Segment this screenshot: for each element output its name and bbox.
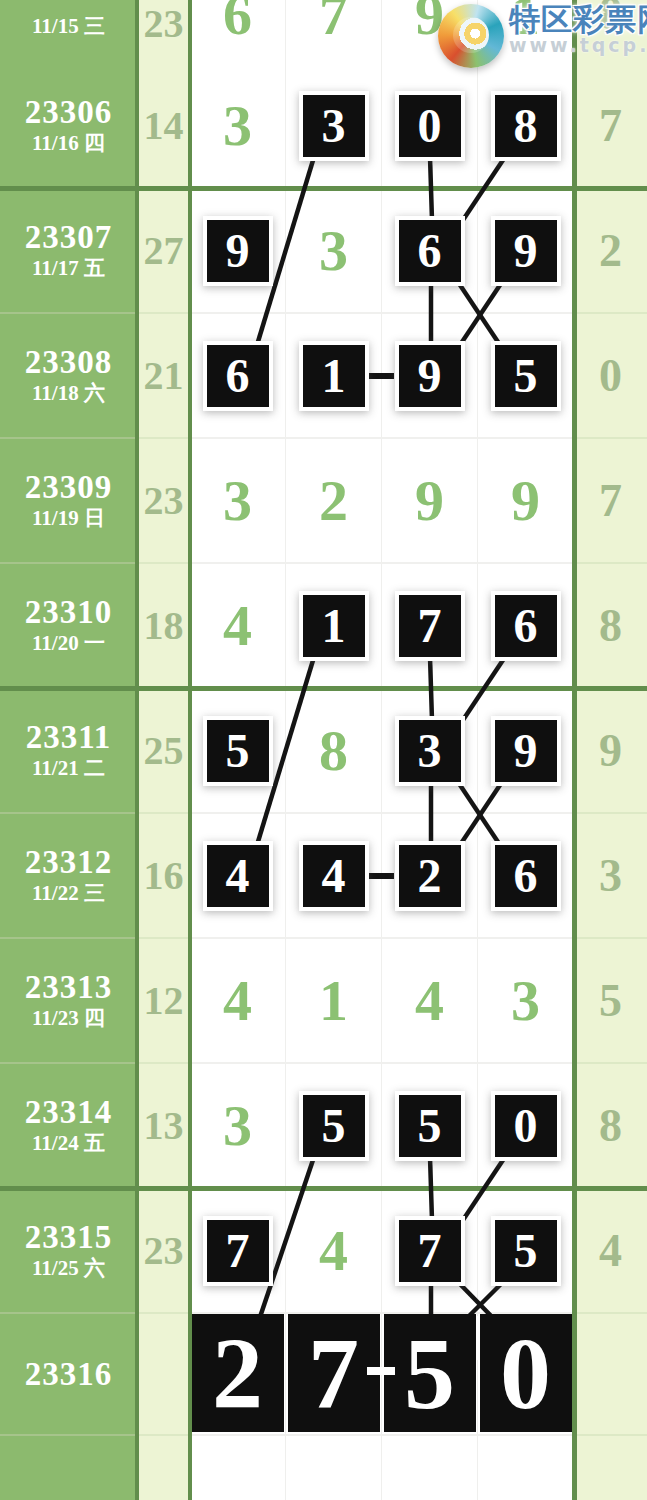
- digit-cell: 7: [382, 1189, 478, 1314]
- row-23312: 2331211/22 三1644263: [0, 814, 647, 939]
- issue-cell: 23316: [0, 1314, 137, 1436]
- sum-cell: 13: [137, 1064, 190, 1189]
- digit-cell: 2: [190, 1314, 286, 1436]
- digit-cell: 3: [190, 1064, 286, 1189]
- next-ref-digit: 8: [599, 1099, 622, 1152]
- digit-cell: 0: [478, 1064, 574, 1189]
- next-ref-digit: 2: [599, 224, 622, 277]
- digit-box: 8: [491, 91, 561, 161]
- digit-box: 3: [395, 716, 465, 786]
- sum-cell: [137, 1314, 190, 1436]
- digit-cell: 3: [382, 689, 478, 814]
- digit-box: 9: [491, 216, 561, 286]
- digit-box: 5: [491, 1216, 561, 1286]
- digit-box-big: 0: [480, 1314, 572, 1432]
- digit-green: 9: [415, 467, 444, 534]
- digit-box-big: 5: [384, 1314, 476, 1432]
- digit-green: 4: [223, 592, 252, 659]
- sum-cell: [137, 1436, 190, 1500]
- digit-cell: 0: [478, 1314, 574, 1436]
- next-ref-cell: 2: [574, 189, 647, 314]
- group-separator: [0, 186, 647, 191]
- issue-label: 23313: [25, 970, 113, 1005]
- row-23309: 2330911/19 日2332997: [0, 439, 647, 564]
- date-label: 11/16 四: [32, 131, 105, 156]
- next-ref-cell: 7: [574, 64, 647, 189]
- digit-box: 5: [299, 1091, 369, 1161]
- border-id-sum: [135, 0, 139, 1500]
- digit-cell: 6: [190, 0, 286, 69]
- sum-cell: 23: [137, 0, 190, 69]
- digit-cell: 3: [286, 189, 382, 314]
- next-ref-digit: 0: [599, 349, 622, 402]
- digit-green: 3: [223, 92, 252, 159]
- sum-value: 23: [144, 477, 184, 524]
- date-label: 11/23 四: [32, 1006, 105, 1031]
- issue-label: 23307: [25, 220, 113, 255]
- digit-cell: 4: [190, 814, 286, 939]
- group-separator: [0, 686, 647, 691]
- row-23306: 2330611/16 四1433087: [0, 64, 647, 189]
- digit-box: 6: [203, 341, 273, 411]
- digit-green: 3: [223, 1092, 252, 1159]
- digit-green: 9: [511, 467, 540, 534]
- digit-box: 1: [299, 341, 369, 411]
- date-label: 11/21 二: [32, 756, 105, 781]
- digit-cell: 5: [286, 1064, 382, 1189]
- digit-cell: 3: [286, 64, 382, 189]
- digit-box: 5: [491, 341, 561, 411]
- digit-box: 7: [395, 1216, 465, 1286]
- date-label: 11/15 三: [0, 14, 137, 39]
- digit-cell: 9: [382, 314, 478, 439]
- digit-cell: 5: [478, 1189, 574, 1314]
- lottery-trend-chart: 2330511/15 三23679182330611/16 四143308723…: [0, 0, 647, 1500]
- issue-label: 23311: [26, 720, 112, 755]
- issue-cell: 2331011/20 一: [0, 564, 137, 689]
- digit-cell: [478, 1436, 574, 1500]
- digit-cell: [382, 1436, 478, 1500]
- digit-cell: 9: [478, 439, 574, 564]
- sum-cell: 16: [137, 814, 190, 939]
- digit-cell: 1: [286, 564, 382, 689]
- issue-label: 23310: [25, 595, 113, 630]
- date-label: 11/24 五: [32, 1131, 105, 1156]
- sum-value: 13: [144, 1102, 184, 1149]
- date-label: 11/20 一: [32, 631, 105, 656]
- issue-label: 23315: [25, 1220, 113, 1255]
- digit-cell: 5: [190, 689, 286, 814]
- border-digits-next: [572, 0, 577, 1500]
- digit-cell: 7: [286, 0, 382, 69]
- digit-cell: 6: [478, 814, 574, 939]
- site-logo[interactable]: 特区彩票网 www.tqcp.net: [438, 4, 647, 68]
- digit-cell: 9: [382, 439, 478, 564]
- issue-cell: 2331111/21 二: [0, 689, 137, 814]
- digit-cell: 4: [190, 564, 286, 689]
- digit-cell: 5: [382, 1314, 478, 1436]
- digit-cell: 8: [286, 689, 382, 814]
- digit-box-big: 2: [192, 1314, 284, 1432]
- digit-cell: 7: [382, 564, 478, 689]
- digit-cell: 6: [382, 189, 478, 314]
- sum-cell: 18: [137, 564, 190, 689]
- issue-cell: 2330611/16 四: [0, 64, 137, 189]
- row-23310: 2331011/20 一1841768: [0, 564, 647, 689]
- row-23308: 2330811/18 六2161950: [0, 314, 647, 439]
- sum-value: 23: [144, 0, 184, 47]
- digit-cell: 9: [478, 689, 574, 814]
- digit-cell: 3: [190, 439, 286, 564]
- digit-box: 9: [491, 716, 561, 786]
- sum-cell: 14: [137, 64, 190, 189]
- sum-cell: 12: [137, 939, 190, 1064]
- row-23311: 2331111/21 二2558399: [0, 689, 647, 814]
- issue-cell: 2331211/22 三: [0, 814, 137, 939]
- sum-cell: 23: [137, 439, 190, 564]
- next-ref-digit: 7: [599, 474, 622, 527]
- sum-value: 27: [144, 227, 184, 274]
- swirl-logo-icon: [438, 4, 504, 68]
- digit-cell: 5: [478, 314, 574, 439]
- next-ref-cell: 4: [574, 1189, 647, 1314]
- next-ref-cell: 5: [574, 939, 647, 1064]
- issue-cell: [0, 1436, 137, 1500]
- digit-box: 4: [299, 841, 369, 911]
- next-ref-cell: 8: [574, 564, 647, 689]
- digit-cell: 9: [478, 189, 574, 314]
- digit-green: 6: [223, 0, 252, 48]
- issue-cell: 2330911/19 日: [0, 439, 137, 564]
- digit-cell: 2: [382, 814, 478, 939]
- digit-green: 3: [511, 967, 540, 1034]
- issue-cell: 2330511/15 三: [0, 0, 137, 69]
- digit-cell: 9: [190, 189, 286, 314]
- digit-cell: 4: [286, 1189, 382, 1314]
- digit-cell: 7: [190, 1189, 286, 1314]
- digit-green: 4: [415, 967, 444, 1034]
- logo-text: 特区彩票网 www.tqcp.net: [509, 4, 647, 55]
- digit-box: 0: [491, 1091, 561, 1161]
- digit-cell: [190, 1436, 286, 1500]
- digit-cell: 6: [190, 314, 286, 439]
- digit-box: 6: [395, 216, 465, 286]
- digit-green: 4: [319, 1217, 348, 1284]
- digit-cell: 3: [478, 939, 574, 1064]
- digit-box: 7: [203, 1216, 273, 1286]
- digit-green: 4: [223, 967, 252, 1034]
- sum-value: 25: [144, 727, 184, 774]
- next-ref-digit: 7: [599, 99, 622, 152]
- digit-cell: 5: [382, 1064, 478, 1189]
- white-mark: [477, 1316, 480, 1360]
- digit-cell: 4: [286, 814, 382, 939]
- digit-cell: 1: [286, 314, 382, 439]
- issue-cell: 2331311/23 四: [0, 939, 137, 1064]
- issue-label: 23306: [25, 95, 113, 130]
- issue-label: 23314: [25, 1095, 113, 1130]
- next-ref-cell: 0: [574, 314, 647, 439]
- sum-value: 23: [144, 1227, 184, 1274]
- next-ref-digit: 5: [599, 974, 622, 1027]
- row-23313: 2331311/23 四1241435: [0, 939, 647, 1064]
- sum-value: 12: [144, 977, 184, 1024]
- border-sum-digits: [188, 0, 192, 1500]
- digit-cell: [286, 1436, 382, 1500]
- next-ref-digit: 3: [599, 849, 622, 902]
- sum-value: 18: [144, 602, 184, 649]
- digit-green: 8: [319, 717, 348, 784]
- next-ref-cell: 7: [574, 439, 647, 564]
- digit-box: 9: [203, 216, 273, 286]
- sum-cell: 21: [137, 314, 190, 439]
- digit-box: 2: [395, 841, 465, 911]
- next-ref-cell: 3: [574, 814, 647, 939]
- issue-cell: 2331511/25 六: [0, 1189, 137, 1314]
- next-ref-cell: [574, 1436, 647, 1500]
- sum-value: 21: [144, 352, 184, 399]
- digit-box: 0: [395, 91, 465, 161]
- sum-cell: 27: [137, 189, 190, 314]
- digit-green: 3: [223, 467, 252, 534]
- rows-container: 2330511/15 三23679182330611/16 四143308723…: [0, 0, 647, 1500]
- date-label: 11/25 六: [32, 1256, 105, 1281]
- row-empty: [0, 1436, 647, 1500]
- row-23316: 233162750: [0, 1314, 647, 1436]
- digit-box: 5: [203, 716, 273, 786]
- digit-box: 5: [395, 1091, 465, 1161]
- site-url: www.tqcp.net: [509, 36, 647, 55]
- next-ref-cell: 8: [574, 1064, 647, 1189]
- digit-box: 1: [299, 591, 369, 661]
- next-ref-cell: [574, 1314, 647, 1436]
- issue-cell: 2330711/17 五: [0, 189, 137, 314]
- digit-box: 6: [491, 591, 561, 661]
- digit-green: 7: [319, 0, 348, 48]
- digit-box: 6: [491, 841, 561, 911]
- site-name: 特区彩票网: [509, 4, 647, 35]
- next-ref-digit: 8: [599, 599, 622, 652]
- issue-label: 23312: [25, 845, 113, 880]
- group-separator: [0, 1186, 647, 1191]
- digit-cell: 2: [286, 439, 382, 564]
- digit-box: 3: [299, 91, 369, 161]
- next-ref-cell: 9: [574, 689, 647, 814]
- digit-cell: 4: [382, 939, 478, 1064]
- digit-cell: 8: [478, 64, 574, 189]
- digit-cell: 7: [286, 1314, 382, 1436]
- issue-label: 23309: [25, 470, 113, 505]
- next-ref-digit: 4: [599, 1224, 622, 1277]
- digit-box: 9: [395, 341, 465, 411]
- digit-cell: 6: [478, 564, 574, 689]
- issue-label: 23316: [25, 1357, 113, 1392]
- sum-value: 16: [144, 852, 184, 899]
- digit-box: 7: [395, 591, 465, 661]
- date-label: 11/19 日: [32, 506, 105, 531]
- row-23315: 2331511/25 六2374754: [0, 1189, 647, 1314]
- date-label: 11/18 六: [32, 381, 105, 406]
- sum-cell: 25: [137, 689, 190, 814]
- row-23307: 2330711/17 五2793692: [0, 189, 647, 314]
- sum-value: 14: [144, 102, 184, 149]
- digit-green: 3: [319, 217, 348, 284]
- date-label: 11/17 五: [32, 256, 105, 281]
- digit-green: 1: [319, 967, 348, 1034]
- digit-cell: 4: [190, 939, 286, 1064]
- digit-cell: 1: [286, 939, 382, 1064]
- digit-box: 4: [203, 841, 273, 911]
- issue-label: 23305: [0, 0, 137, 7]
- digit-cell: 3: [190, 64, 286, 189]
- issue-label: 23308: [25, 345, 113, 380]
- date-label: 11/22 三: [32, 881, 105, 906]
- issue-cell: 2331411/24 五: [0, 1064, 137, 1189]
- row-23314: 2331411/24 五1335508: [0, 1064, 647, 1189]
- next-ref-digit: 9: [599, 724, 622, 777]
- issue-cell: 2330811/18 六: [0, 314, 137, 439]
- digit-cell: 0: [382, 64, 478, 189]
- digit-box-big: 7: [288, 1314, 380, 1432]
- sum-cell: 23: [137, 1189, 190, 1314]
- white-mark: [367, 1367, 395, 1375]
- digit-green: 2: [319, 467, 348, 534]
